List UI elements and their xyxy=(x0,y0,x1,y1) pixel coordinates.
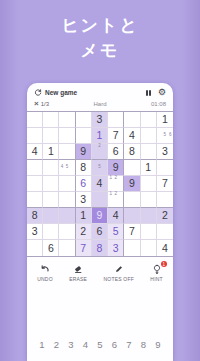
sudoku-cell-r2c5[interactable]: 1 xyxy=(92,128,108,144)
sudoku-cell-r1c3[interactable] xyxy=(59,112,75,128)
hint-button[interactable]: 1 HINT xyxy=(150,264,162,282)
cell-digit: 9 xyxy=(113,162,119,173)
undo-label: UNDO xyxy=(37,276,53,282)
sudoku-cell-r8c2[interactable] xyxy=(43,224,59,240)
numpad-6[interactable]: 6 xyxy=(110,339,120,350)
sudoku-cell-r5c7[interactable]: 9 xyxy=(124,176,140,192)
sudoku-cell-r2c2[interactable] xyxy=(43,128,59,144)
cell-digit: 9 xyxy=(129,178,135,189)
status-row: × 1/3 Hard 01:08 xyxy=(27,99,173,111)
sudoku-cell-r3c9[interactable]: 3 xyxy=(157,144,173,160)
cell-notes: 5 xyxy=(92,160,107,175)
cell-digit: 7 xyxy=(129,226,135,237)
sudoku-cell-r7c5[interactable]: 9 xyxy=(92,208,108,224)
sudoku-board: 3117456419268345859164129731281942326576… xyxy=(27,111,173,257)
sudoku-cell-r3c1[interactable]: 4 xyxy=(27,144,43,160)
sudoku-cell-r3c4[interactable]: 9 xyxy=(76,144,92,160)
undo-button[interactable]: UNDO xyxy=(37,264,53,282)
numpad-5[interactable]: 5 xyxy=(95,339,105,350)
cell-digit: 4 xyxy=(113,210,119,221)
sudoku-cell-r5c4[interactable]: 6 xyxy=(76,176,92,192)
sudoku-cell-r5c9[interactable]: 7 xyxy=(157,176,173,192)
cell-digit: 3 xyxy=(162,146,168,157)
sudoku-cell-r1c7[interactable] xyxy=(124,112,140,128)
sudoku-cell-r6c9[interactable] xyxy=(157,192,173,208)
phone-screen: ヒントと メモ New game ⚙ × 1/3 Hard 01:08 xyxy=(0,0,200,361)
sudoku-cell-r4c6[interactable]: 9 xyxy=(108,160,124,176)
cell-digit: 6 xyxy=(48,243,54,254)
sudoku-cell-r2c7[interactable]: 4 xyxy=(124,128,140,144)
sudoku-cell-r3c7[interactable]: 8 xyxy=(124,144,140,160)
cell-digit: 1 xyxy=(145,162,151,173)
cell-notes: 12 xyxy=(108,176,123,191)
sudoku-cell-r6c5[interactable] xyxy=(92,192,108,208)
app-title-line1: ヒントと xyxy=(0,13,200,38)
sudoku-cell-r9c2[interactable]: 6 xyxy=(43,240,59,256)
cell-digit: 3 xyxy=(97,114,103,125)
mistakes-counter: × 1/3 xyxy=(34,101,49,107)
sudoku-cell-r6c2[interactable] xyxy=(43,192,59,208)
cell-digit: 6 xyxy=(80,178,86,189)
sudoku-cell-r4c2[interactable] xyxy=(43,160,59,176)
sudoku-cell-r4c9[interactable] xyxy=(157,160,173,176)
app-title: ヒントと メモ xyxy=(0,13,200,63)
sudoku-cell-r2c3[interactable] xyxy=(59,128,75,144)
notes-label: NOTES OFF xyxy=(104,276,134,282)
cell-digit: 8 xyxy=(97,243,103,254)
sudoku-cell-r5c1[interactable] xyxy=(27,176,43,192)
sudoku-cell-r9c8[interactable] xyxy=(141,240,157,256)
hint-label: HINT xyxy=(150,276,162,282)
numpad-1[interactable]: 1 xyxy=(37,339,47,350)
pause-icon xyxy=(146,90,148,96)
sudoku-cell-r7c6[interactable]: 4 xyxy=(108,208,124,224)
cell-notes: 2 xyxy=(92,144,107,159)
sudoku-cell-r1c6[interactable] xyxy=(108,112,124,128)
card-header: New game ⚙ xyxy=(27,83,173,99)
sudoku-cell-r8c7[interactable]: 7 xyxy=(124,224,140,240)
sudoku-cell-r3c5[interactable]: 2 xyxy=(92,144,108,160)
sudoku-cell-r9c7[interactable] xyxy=(124,240,140,256)
sudoku-cell-r4c8[interactable]: 1 xyxy=(141,160,157,176)
sudoku-cell-r4c1[interactable] xyxy=(27,160,43,176)
sudoku-cell-r7c3[interactable] xyxy=(59,208,75,224)
cell-digit: 7 xyxy=(113,130,119,141)
numpad-9[interactable]: 9 xyxy=(153,339,163,350)
cell-digit: 7 xyxy=(162,178,168,189)
new-game-button[interactable]: New game xyxy=(34,89,77,97)
erase-label: ERASE xyxy=(69,276,87,282)
cell-digit: 4 xyxy=(32,146,38,157)
cell-digit: 9 xyxy=(97,210,103,221)
refresh-icon xyxy=(34,89,42,97)
number-pad: 123456789 xyxy=(27,339,173,350)
sudoku-cell-r4c4[interactable]: 8 xyxy=(76,160,92,176)
cell-digit: 9 xyxy=(80,146,86,157)
sudoku-cell-r1c5[interactable]: 3 xyxy=(92,112,108,128)
undo-icon xyxy=(40,264,50,274)
cell-digit: 2 xyxy=(162,210,168,221)
cell-digit: 4 xyxy=(162,243,168,254)
sudoku-cell-r2c8[interactable] xyxy=(141,128,157,144)
sudoku-cell-r7c7[interactable] xyxy=(124,208,140,224)
sudoku-cell-r8c3[interactable] xyxy=(59,224,75,240)
new-game-label: New game xyxy=(45,89,77,96)
mistakes-x-icon: × xyxy=(34,101,39,107)
sudoku-cell-r1c2[interactable] xyxy=(43,112,59,128)
hint-badge: 1 xyxy=(161,261,167,267)
cell-digit: 5 xyxy=(113,226,119,237)
sudoku-cell-r6c3[interactable] xyxy=(59,192,75,208)
sudoku-cell-r4c7[interactable] xyxy=(124,160,140,176)
sudoku-cell-r3c3[interactable] xyxy=(59,144,75,160)
sudoku-cell-r1c4[interactable] xyxy=(76,112,92,128)
sudoku-cell-r6c6[interactable]: 12 xyxy=(108,192,124,208)
numpad-3[interactable]: 3 xyxy=(66,339,76,350)
sudoku-cell-r8c9[interactable] xyxy=(157,224,173,240)
sudoku-cell-r3c6[interactable]: 6 xyxy=(108,144,124,160)
sudoku-cell-r8c8[interactable] xyxy=(141,224,157,240)
sudoku-cell-r5c5[interactable]: 4 xyxy=(92,176,108,192)
pause-button[interactable] xyxy=(145,90,152,96)
sudoku-cell-r5c3[interactable] xyxy=(59,176,75,192)
cell-digit: 6 xyxy=(97,226,103,237)
sudoku-cell-r9c4[interactable]: 7 xyxy=(76,240,92,256)
mistakes-value: 1/3 xyxy=(41,101,49,107)
erase-button[interactable]: ERASE xyxy=(69,264,87,282)
sudoku-cell-r6c7[interactable] xyxy=(124,192,140,208)
pause-icon xyxy=(149,90,151,96)
settings-gear-icon[interactable]: ⚙ xyxy=(158,88,166,97)
lightbulb-icon xyxy=(152,264,162,274)
cell-digit: 3 xyxy=(80,194,86,205)
sudoku-cell-r2c9[interactable]: 56 xyxy=(157,128,173,144)
cell-digit: 3 xyxy=(113,243,119,254)
cell-digit: 6 xyxy=(113,146,119,157)
sudoku-cell-r1c1[interactable] xyxy=(27,112,43,128)
cell-digit: 1 xyxy=(48,146,54,157)
cell-digit: 8 xyxy=(32,210,38,221)
numpad-4[interactable]: 4 xyxy=(81,339,91,350)
numpad-7[interactable]: 7 xyxy=(124,339,134,350)
cell-digit: 7 xyxy=(80,243,86,254)
cell-digit: 4 xyxy=(129,130,135,141)
sudoku-cell-r8c6[interactable]: 5 xyxy=(108,224,124,240)
cell-notes: 56 xyxy=(157,128,173,143)
cell-digit: 3 xyxy=(32,226,38,237)
app-title-line2: メモ xyxy=(0,38,200,63)
cell-digit: 1 xyxy=(97,130,103,141)
pencil-icon xyxy=(114,264,124,274)
cell-notes: 45 xyxy=(59,160,74,175)
cell-digit: 8 xyxy=(129,146,135,157)
sudoku-cell-r2c6[interactable]: 7 xyxy=(108,128,124,144)
sudoku-cell-r8c4[interactable]: 2 xyxy=(76,224,92,240)
sudoku-cell-r5c6[interactable]: 12 xyxy=(108,176,124,192)
numpad-8[interactable]: 8 xyxy=(139,339,149,350)
sudoku-cell-r7c9[interactable]: 2 xyxy=(157,208,173,224)
sudoku-cell-r2c1[interactable] xyxy=(27,128,43,144)
sudoku-cell-r9c9[interactable]: 4 xyxy=(157,240,173,256)
sudoku-cell-r1c9[interactable]: 1 xyxy=(157,112,173,128)
cell-digit: 1 xyxy=(162,114,168,125)
cell-notes: 12 xyxy=(108,192,123,207)
sudoku-cell-r6c1[interactable] xyxy=(27,192,43,208)
sudoku-cell-r3c2[interactable]: 1 xyxy=(43,144,59,160)
cell-digit: 1 xyxy=(80,210,86,221)
sudoku-cell-r9c1[interactable] xyxy=(27,240,43,256)
sudoku-cell-r9c3[interactable] xyxy=(59,240,75,256)
difficulty-label: Hard xyxy=(93,101,106,107)
cell-digit: 2 xyxy=(80,226,86,237)
timer: 01:08 xyxy=(151,101,166,107)
sudoku-cell-r7c4[interactable]: 1 xyxy=(76,208,92,224)
sudoku-cell-r5c2[interactable] xyxy=(43,176,59,192)
eraser-icon xyxy=(73,264,83,274)
sudoku-cell-r6c8[interactable] xyxy=(141,192,157,208)
cell-digit: 8 xyxy=(80,162,86,173)
sudoku-card: New game ⚙ × 1/3 Hard 01:08 311745641926… xyxy=(27,83,173,361)
sudoku-cell-r4c5[interactable]: 5 xyxy=(92,160,108,176)
sudoku-cell-r8c1[interactable]: 3 xyxy=(27,224,43,240)
sudoku-cell-r8c5[interactable]: 6 xyxy=(92,224,108,240)
sudoku-cell-r9c5[interactable]: 8 xyxy=(92,240,108,256)
sudoku-cell-r6c4[interactable]: 3 xyxy=(76,192,92,208)
sudoku-cell-r7c2[interactable] xyxy=(43,208,59,224)
cell-digit: 4 xyxy=(97,178,103,189)
sudoku-cell-r3c8[interactable] xyxy=(141,144,157,160)
sudoku-cell-r2c4[interactable] xyxy=(76,128,92,144)
sudoku-cell-r7c8[interactable] xyxy=(141,208,157,224)
notes-toggle-button[interactable]: NOTES OFF xyxy=(104,264,134,282)
sudoku-cell-r7c1[interactable]: 8 xyxy=(27,208,43,224)
sudoku-cell-r9c6[interactable]: 3 xyxy=(108,240,124,256)
toolbar: UNDO ERASE NOTES OFF xyxy=(27,257,173,282)
sudoku-cell-r1c8[interactable] xyxy=(141,112,157,128)
sudoku-cell-r4c3[interactable]: 45 xyxy=(59,160,75,176)
sudoku-cell-r5c8[interactable] xyxy=(141,176,157,192)
numpad-2[interactable]: 2 xyxy=(52,339,62,350)
